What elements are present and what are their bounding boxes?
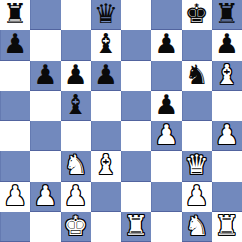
- square-b3[interactable]: [30, 151, 60, 181]
- square-a1[interactable]: [0, 212, 30, 242]
- square-f3[interactable]: [151, 151, 181, 181]
- square-g6[interactable]: ♞: [182, 61, 212, 91]
- black-pawn-piece[interactable]: ♟: [154, 91, 178, 120]
- square-d7[interactable]: ♝: [91, 30, 121, 60]
- square-b7[interactable]: [30, 30, 60, 60]
- white-bishop-piece[interactable]: ♝: [94, 151, 118, 180]
- black-bishop-piece[interactable]: ♝: [64, 91, 88, 120]
- square-h1[interactable]: ♜: [212, 212, 242, 242]
- square-e6[interactable]: [121, 61, 151, 91]
- square-h8[interactable]: ♜: [212, 0, 242, 30]
- square-b1[interactable]: [30, 212, 60, 242]
- black-pawn-piece[interactable]: ♟: [64, 61, 88, 90]
- square-h5[interactable]: [212, 91, 242, 121]
- white-queen-piece[interactable]: ♛: [185, 151, 209, 180]
- white-pawn-piece[interactable]: ♟: [154, 121, 178, 150]
- square-f4[interactable]: ♟: [151, 121, 181, 151]
- square-a7[interactable]: ♟: [0, 30, 30, 60]
- square-f5[interactable]: ♟: [151, 91, 181, 121]
- white-knight-piece[interactable]: ♞: [185, 212, 209, 241]
- square-c5[interactable]: ♝: [61, 91, 91, 121]
- white-pawn-piece[interactable]: ♟: [33, 182, 57, 211]
- white-rook-piece[interactable]: ♜: [124, 212, 148, 241]
- square-c1[interactable]: ♚: [61, 212, 91, 242]
- black-pawn-piece[interactable]: ♟: [154, 30, 178, 59]
- square-a3[interactable]: [0, 151, 30, 181]
- square-d4[interactable]: [91, 121, 121, 151]
- square-f1[interactable]: [151, 212, 181, 242]
- square-g7[interactable]: [182, 30, 212, 60]
- square-e5[interactable]: [121, 91, 151, 121]
- square-e7[interactable]: [121, 30, 151, 60]
- black-pawn-piece[interactable]: ♟: [33, 61, 57, 90]
- square-e4[interactable]: [121, 121, 151, 151]
- square-a5[interactable]: [0, 91, 30, 121]
- square-e1[interactable]: ♜: [121, 212, 151, 242]
- white-pawn-piece[interactable]: ♟: [3, 182, 27, 211]
- white-rook-piece[interactable]: ♜: [215, 212, 239, 241]
- black-pawn-piece[interactable]: ♟: [215, 30, 239, 59]
- black-queen-piece[interactable]: ♛: [94, 0, 118, 29]
- square-c3[interactable]: ♞: [61, 151, 91, 181]
- square-g3[interactable]: ♛: [182, 151, 212, 181]
- square-f8[interactable]: [151, 0, 181, 30]
- square-g4[interactable]: [182, 121, 212, 151]
- square-g5[interactable]: [182, 91, 212, 121]
- square-a6[interactable]: [0, 61, 30, 91]
- square-e3[interactable]: [121, 151, 151, 181]
- square-e2[interactable]: [121, 182, 151, 212]
- square-d6[interactable]: ♟: [91, 61, 121, 91]
- square-d3[interactable]: ♝: [91, 151, 121, 181]
- square-g1[interactable]: ♞: [182, 212, 212, 242]
- square-h7[interactable]: ♟: [212, 30, 242, 60]
- white-knight-piece[interactable]: ♞: [64, 151, 88, 180]
- square-f7[interactable]: ♟: [151, 30, 181, 60]
- square-h3[interactable]: [212, 151, 242, 181]
- square-h4[interactable]: ♟: [212, 121, 242, 151]
- square-c8[interactable]: [61, 0, 91, 30]
- black-knight-piece[interactable]: ♞: [185, 61, 209, 90]
- white-pawn-piece[interactable]: ♟: [215, 121, 239, 150]
- square-a4[interactable]: [0, 121, 30, 151]
- square-f2[interactable]: [151, 182, 181, 212]
- black-bishop-piece[interactable]: ♝: [94, 30, 118, 59]
- square-h6[interactable]: ♝: [212, 61, 242, 91]
- black-pawn-piece[interactable]: ♟: [94, 61, 118, 90]
- square-c4[interactable]: [61, 121, 91, 151]
- square-b6[interactable]: ♟: [30, 61, 60, 91]
- square-f6[interactable]: [151, 61, 181, 91]
- black-rook-piece[interactable]: ♜: [215, 0, 239, 29]
- square-b4[interactable]: [30, 121, 60, 151]
- square-b5[interactable]: [30, 91, 60, 121]
- square-c7[interactable]: [61, 30, 91, 60]
- white-bishop-piece[interactable]: ♝: [215, 61, 239, 90]
- white-pawn-piece[interactable]: ♟: [64, 182, 88, 211]
- square-e8[interactable]: [121, 0, 151, 30]
- square-h2[interactable]: [212, 182, 242, 212]
- white-pawn-piece[interactable]: ♟: [185, 182, 209, 211]
- square-d2[interactable]: [91, 182, 121, 212]
- square-d5[interactable]: [91, 91, 121, 121]
- white-king-piece[interactable]: ♚: [64, 212, 88, 241]
- square-c6[interactable]: ♟: [61, 61, 91, 91]
- square-g8[interactable]: ♚: [182, 0, 212, 30]
- square-c2[interactable]: ♟: [61, 182, 91, 212]
- black-pawn-piece[interactable]: ♟: [3, 30, 27, 59]
- square-d1[interactable]: [91, 212, 121, 242]
- black-rook-piece[interactable]: ♜: [3, 0, 27, 29]
- black-king-piece[interactable]: ♚: [185, 0, 209, 29]
- square-a8[interactable]: ♜: [0, 0, 30, 30]
- chess-board: ♜♛♚♜♟♝♟♟♟♟♟♞♝♝♟♟♟♞♝♛♟♟♟♟♚♜♞♜: [0, 0, 242, 242]
- square-b2[interactable]: ♟: [30, 182, 60, 212]
- square-g2[interactable]: ♟: [182, 182, 212, 212]
- square-d8[interactable]: ♛: [91, 0, 121, 30]
- square-a2[interactable]: ♟: [0, 182, 30, 212]
- square-b8[interactable]: [30, 0, 60, 30]
